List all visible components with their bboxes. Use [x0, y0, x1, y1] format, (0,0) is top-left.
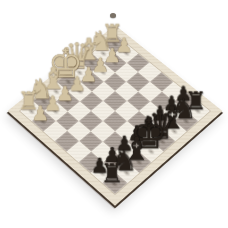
square-d4: [103, 91, 127, 111]
board-frame: ♜♟♟♜♞♟♟♞♝♟♟♝♛♟♟♛♚♟♟♚♝♟♟♝♞♟♟♞♜♟♟♜: [8, 25, 223, 206]
square-c4: [115, 82, 138, 101]
board-clasp-icon: [110, 13, 116, 18]
chess-board: ♜♟♟♜♞♟♟♞♝♟♟♝♛♟♟♛♚♟♟♚♝♟♟♝♞♟♟♞♜♟♟♜: [8, 25, 223, 206]
chess-set-product-photo: ♜♟♟♜♞♟♟♞♝♟♟♝♛♟♟♛♚♟♟♚♝♟♟♝♞♟♟♞♜♟♟♜: [0, 0, 228, 228]
board-grid: ♜♟♟♜♞♟♟♞♝♟♟♝♛♟♟♛♚♟♟♚♝♟♟♝♞♟♟♞♜♟♟♜: [20, 35, 210, 194]
piece-black-rook-icon: ♜: [81, 160, 143, 186]
piece-white-pawn-icon: ♟: [10, 103, 70, 123]
square-h8: ♜: [103, 173, 128, 194]
